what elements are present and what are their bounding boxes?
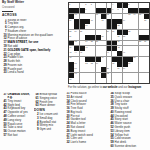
grid-cell[interactable] [85, 14, 90, 19]
grid-cell[interactable] [139, 3, 144, 8]
cell-number: 37 [117, 40, 119, 42]
cell-number: 58 [107, 67, 109, 69]
cell-number: 5 [128, 3, 129, 5]
grid-cell[interactable]: 14 [133, 14, 138, 19]
grid-cell[interactable] [133, 62, 138, 67]
grid-cell[interactable]: 6 [85, 8, 90, 13]
cell-number: 36 [96, 40, 98, 42]
black-cell [117, 57, 122, 62]
grid-cell[interactable] [144, 57, 149, 62]
grid-cell[interactable]: 30 [101, 35, 106, 40]
cell-number: 30 [101, 35, 103, 37]
cell-number: 4 [112, 3, 113, 5]
grid-cell[interactable]: 5 [128, 3, 133, 8]
grid-cell[interactable]: 1 [69, 3, 74, 8]
cell-number: 8 [117, 8, 118, 10]
grid-cell[interactable]: 16 [69, 19, 74, 24]
cell-number: 31 [117, 35, 119, 37]
grid-cell[interactable] [144, 51, 149, 56]
grid-cell[interactable] [80, 14, 85, 19]
grid-cell[interactable]: 62 [107, 73, 112, 78]
grid-cell[interactable] [139, 67, 144, 72]
cell-number: 48 [69, 56, 71, 58]
grid-cell[interactable]: 49 [101, 57, 106, 62]
grid-cell[interactable] [107, 78, 112, 83]
solution-caption: For the solution, go online to our websi… [68, 86, 144, 89]
caption-mid: and our [118, 86, 129, 89]
grid-cell[interactable] [144, 3, 149, 8]
cell-number: 26 [107, 30, 109, 32]
cell-number: 18 [101, 19, 103, 21]
grid-cell[interactable] [139, 19, 144, 24]
grid-cell[interactable] [107, 3, 112, 8]
grid-cell[interactable] [96, 51, 101, 56]
grid-cell[interactable] [139, 46, 144, 51]
grid-cell[interactable] [139, 51, 144, 56]
clue-text: Not fast [8, 134, 18, 137]
grid-cell[interactable] [101, 78, 106, 83]
grid-cell[interactable]: 55 [112, 62, 117, 67]
grid-cell[interactable] [96, 24, 101, 29]
cell-number: 22 [117, 24, 119, 26]
grid-cell[interactable] [85, 78, 90, 83]
grid-cell[interactable] [85, 51, 90, 56]
cell-number: 57 [75, 67, 77, 69]
grid-cell[interactable] [80, 78, 85, 83]
grid-cell[interactable]: 7 [112, 8, 117, 13]
clue-number: 63 [34, 104, 39, 107]
grid-cell[interactable]: 39 [144, 41, 149, 46]
down-clue-column-1: 58Bread spread61Singing voice62Finish li… [34, 93, 62, 149]
grid-cell[interactable]: 22 [117, 24, 122, 29]
header-rule [2, 11, 13, 12]
grid-cell[interactable] [90, 8, 95, 13]
clue-number: 9 [34, 128, 39, 131]
grid-cell[interactable]: 52 [85, 62, 90, 67]
grid-cell[interactable]: 10 [74, 14, 79, 19]
grid-cell[interactable]: 53 [90, 62, 95, 67]
black-cell [107, 41, 112, 46]
grid-cell[interactable] [133, 41, 138, 46]
grid-cell[interactable] [90, 51, 95, 56]
grid-cell[interactable] [80, 57, 85, 62]
across-header: ACROSS [2, 14, 17, 18]
cell-number: 16 [69, 19, 71, 21]
cell-number: 47 [123, 51, 125, 53]
grid-cell[interactable]: 36 [96, 41, 101, 46]
across-clue-column-main: 1Sound of relief5Tiny bite6Campus org.7S… [2, 19, 63, 92]
grid-cell[interactable] [90, 24, 95, 29]
cell-number: 19 [123, 19, 125, 21]
grid-cell[interactable] [139, 62, 144, 67]
grid-cell[interactable] [144, 62, 149, 67]
clue-item: 60Sunrise direction [109, 145, 149, 148]
cell-number: 13 [128, 13, 130, 15]
grid-cell[interactable]: 26 [107, 30, 112, 35]
grid-cell[interactable]: 29 [69, 35, 74, 40]
grid-cell[interactable]: 17 [90, 19, 95, 24]
black-cell [69, 62, 74, 67]
clue-item: 32Lion's home [65, 141, 107, 144]
grid-cell[interactable]: 63 [69, 78, 74, 83]
black-cell [101, 73, 106, 78]
grid-cell[interactable] [123, 41, 128, 46]
grid-cell[interactable] [80, 41, 85, 46]
grid-cell[interactable] [144, 73, 149, 78]
cell-number: 20 [144, 19, 146, 21]
cell-number: 44 [75, 51, 77, 53]
grid-cell[interactable]: 42 [117, 46, 122, 51]
grid-cell[interactable] [128, 35, 133, 40]
grid-cell[interactable] [107, 35, 112, 40]
grid-cell[interactable] [90, 78, 95, 83]
clue-number: 60 [109, 145, 114, 148]
grid-cell[interactable] [139, 24, 144, 29]
clue-item: 63Have dinner [34, 104, 62, 107]
cell-number: 52 [85, 62, 87, 64]
grid-cell[interactable] [128, 73, 133, 78]
cell-number: 27 [112, 30, 114, 32]
grid-cell[interactable]: 9 [123, 8, 128, 13]
clue-text: Lion's home [71, 141, 87, 144]
grid-cell[interactable] [139, 30, 144, 35]
cell-number: 63 [69, 78, 71, 80]
cell-number: 11 [96, 13, 98, 15]
grid-cell[interactable]: 44 [74, 51, 79, 56]
grid-cell[interactable] [117, 73, 122, 78]
grid-cell[interactable] [112, 14, 117, 19]
grid-cell[interactable] [96, 30, 101, 35]
grid-cell[interactable] [112, 35, 117, 40]
grid-cell[interactable] [90, 73, 95, 78]
grid-cell[interactable] [96, 46, 101, 51]
cell-number: 14 [134, 13, 136, 15]
cell-number: 42 [117, 46, 119, 48]
grid-cell[interactable] [133, 67, 138, 72]
grid-cell[interactable]: 61 [74, 73, 79, 78]
clue-number: 33 [2, 71, 7, 74]
cell-number: 41 [85, 46, 87, 48]
cell-number: 2 [85, 3, 86, 5]
cell-number: 23 [69, 30, 71, 32]
grid-cell[interactable] [107, 57, 112, 62]
caption-pre: For the solution, go online to [68, 86, 103, 89]
grid-cell[interactable] [96, 67, 101, 72]
cell-number: 53 [91, 62, 93, 64]
down-clue-column-2: 11Pasta sauce13Art stand14Clock sound15F… [65, 92, 107, 149]
cell-number: 62 [107, 72, 109, 74]
grid-cell[interactable] [112, 51, 117, 56]
black-cell [101, 8, 106, 13]
grid-cell[interactable] [128, 78, 133, 83]
grid-cell[interactable] [112, 73, 117, 78]
down-clue-column-3: 34Soup scoop35Quick snooze36Use a chair3… [109, 92, 149, 149]
grid-cell[interactable]: 11 [96, 14, 101, 19]
grid-cell[interactable] [133, 73, 138, 78]
cell-number: 3 [91, 3, 92, 5]
grid-cell[interactable]: 41 [85, 46, 90, 51]
cell-number: 29 [69, 35, 71, 37]
black-cell [112, 19, 117, 24]
grid-cell[interactable] [133, 46, 138, 51]
cell-number: 25 [80, 30, 82, 32]
grid-cell[interactable] [74, 3, 79, 8]
black-cell [74, 19, 79, 24]
grid-cell[interactable] [117, 14, 122, 19]
grid-cell[interactable] [85, 73, 90, 78]
grid-cell[interactable] [128, 19, 133, 24]
grid-cell[interactable] [85, 67, 90, 72]
grid-cell[interactable] [128, 67, 133, 72]
grid-cell[interactable]: 54 [96, 62, 101, 67]
black-cell [107, 19, 112, 24]
grid-cell[interactable] [96, 73, 101, 78]
cell-number: 9 [123, 8, 124, 10]
grid-cell[interactable] [80, 62, 85, 67]
cell-number: 46 [107, 51, 109, 53]
cell-number: 55 [112, 62, 114, 64]
caption-website-link[interactable]: our website [103, 86, 118, 89]
black-cell [80, 8, 85, 13]
grid-cell[interactable]: 3 [90, 3, 95, 8]
cell-number: 1 [69, 3, 70, 5]
clue-item: 9Gym unit [34, 128, 62, 131]
cell-number: 45 [80, 51, 82, 53]
cell-number: 6 [85, 8, 86, 10]
grid-cell[interactable] [128, 51, 133, 56]
grid-cell[interactable] [123, 24, 128, 29]
crossword-page: { "game": "crossword", "grid_size": "15x… [0, 0, 150, 150]
grid-cell[interactable] [90, 67, 95, 72]
grid-cell[interactable]: 50 [133, 57, 138, 62]
grid-cell[interactable] [112, 78, 117, 83]
grid-cell[interactable] [133, 35, 138, 40]
cell-number: 43 [69, 51, 71, 53]
grid-cell[interactable] [101, 62, 106, 67]
grid-cell[interactable] [96, 19, 101, 24]
grid-cell[interactable] [133, 30, 138, 35]
grid-cell[interactable] [101, 24, 106, 29]
grid-cell[interactable]: 12 [107, 14, 112, 19]
grid-cell[interactable]: 45 [80, 51, 85, 56]
cell-number: 56 [128, 62, 130, 64]
grid-cell[interactable] [74, 78, 79, 83]
grid-cell[interactable] [144, 30, 149, 35]
grid-cell[interactable] [80, 73, 85, 78]
grid-cell[interactable] [80, 35, 85, 40]
cell-number: 60 [123, 67, 125, 69]
page-subtitle: Crossword [2, 6, 14, 9]
grid-cell[interactable]: 18 [101, 19, 106, 24]
cell-number: 54 [96, 62, 98, 64]
grid-cell[interactable]: 46 [107, 51, 112, 56]
grid-cell[interactable] [144, 78, 149, 83]
clue-text: Sunrise direction [115, 145, 137, 148]
across-clue-column-2: 37ORANGE crush, e.g.41Tiny insect42Night… [2, 93, 31, 149]
clue-number: 32 [65, 141, 70, 144]
cell-number: 21 [85, 24, 87, 26]
cell-number: 40 [69, 46, 71, 48]
cell-number: 38 [139, 40, 141, 42]
grid-cell[interactable] [133, 3, 138, 8]
grid-cell[interactable] [96, 3, 101, 8]
cell-number: 33 [75, 40, 77, 42]
grid-cell[interactable] [80, 67, 85, 72]
cell-number: 7 [112, 8, 113, 10]
cell-number: 10 [75, 13, 77, 15]
cell-number: 49 [101, 56, 103, 58]
clue-text: Gym unit [40, 128, 52, 131]
clue-number: 57 [2, 134, 7, 137]
grid-cell[interactable] [90, 30, 95, 35]
grid-cell[interactable] [101, 3, 106, 8]
black-cell [69, 67, 74, 72]
cell-number: 12 [107, 13, 109, 15]
grid-cell[interactable]: 28 [128, 30, 133, 35]
grid-cell[interactable] [139, 78, 144, 83]
cell-number: 28 [128, 30, 130, 32]
clue-text: Lend a hand [8, 71, 24, 74]
black-cell [123, 57, 128, 62]
grid-cell[interactable] [128, 46, 133, 51]
black-cell [112, 41, 117, 46]
grid-cell[interactable] [144, 24, 149, 29]
caption-instagram-link[interactable]: Instagram [128, 86, 141, 89]
grid-cell[interactable]: 20 [144, 19, 149, 24]
cell-number: 24 [75, 30, 77, 32]
grid-cell[interactable]: 35 [90, 41, 95, 46]
grid-cell[interactable]: 32 [123, 35, 128, 40]
black-cell [69, 8, 74, 13]
grid-cell[interactable]: 47 [123, 51, 128, 56]
grid-cell[interactable] [85, 30, 90, 35]
grid-cell[interactable]: 24 [74, 30, 79, 35]
grid-cell[interactable] [80, 3, 85, 8]
grid-cell[interactable]: 25 [80, 30, 85, 35]
grid-cell[interactable] [101, 46, 106, 51]
black-cell [80, 19, 85, 24]
byline: By Staff Writer [2, 1, 24, 5]
clue-text: Have dinner [40, 104, 56, 107]
grid-cell[interactable] [123, 78, 128, 83]
grid-cell[interactable]: 59 [117, 67, 122, 72]
cell-number: 61 [75, 72, 77, 74]
grid-cell[interactable]: 19 [123, 19, 128, 24]
cell-number: 35 [91, 40, 93, 42]
cell-number: 32 [123, 35, 125, 37]
grid-cell[interactable] [144, 67, 149, 72]
crossword-grid[interactable]: 1234567891011121314151617181920212223242… [68, 2, 150, 84]
cell-number: 34 [85, 40, 87, 42]
grid-cell[interactable] [112, 67, 117, 72]
grid-cell[interactable] [96, 78, 101, 83]
black-cell [101, 67, 106, 72]
grid-cell[interactable] [133, 78, 138, 83]
grid-cell[interactable] [133, 19, 138, 24]
black-cell [144, 8, 149, 13]
grid-cell[interactable]: 48 [69, 57, 74, 62]
grid-cell[interactable]: 56 [128, 62, 133, 67]
grid-cell[interactable]: 21 [85, 24, 90, 29]
cell-number: 39 [144, 40, 146, 42]
grid-cell[interactable]: 8 [117, 8, 122, 13]
grid-cell[interactable] [139, 73, 144, 78]
black-cell [112, 46, 117, 51]
grid-cell[interactable] [90, 46, 95, 51]
grid-cell[interactable] [133, 24, 138, 29]
cell-number: 59 [117, 67, 119, 69]
grid-cell[interactable]: 60 [123, 67, 128, 72]
cell-number: 17 [91, 19, 93, 21]
grid-cell[interactable] [117, 78, 122, 83]
cell-number: 51 [75, 62, 77, 64]
grid-cell[interactable] [128, 41, 133, 46]
black-cell [117, 51, 122, 56]
grid-cell[interactable]: 15 [139, 14, 144, 19]
grid-cell[interactable]: 27 [112, 30, 117, 35]
cell-number: 15 [139, 13, 141, 15]
grid-cell[interactable] [123, 73, 128, 78]
grid-cell[interactable] [144, 46, 149, 51]
grid-cell[interactable]: 33 [74, 41, 79, 46]
clue-item: 33Lend a hand [2, 71, 63, 74]
grid-cell[interactable] [139, 57, 144, 62]
grid-cell[interactable]: 13 [128, 14, 133, 19]
cell-number: 50 [134, 56, 136, 58]
grid-cell[interactable]: 38 [139, 41, 144, 46]
grid-cell[interactable] [101, 41, 106, 46]
clue-item: 57Not fast [2, 134, 31, 137]
